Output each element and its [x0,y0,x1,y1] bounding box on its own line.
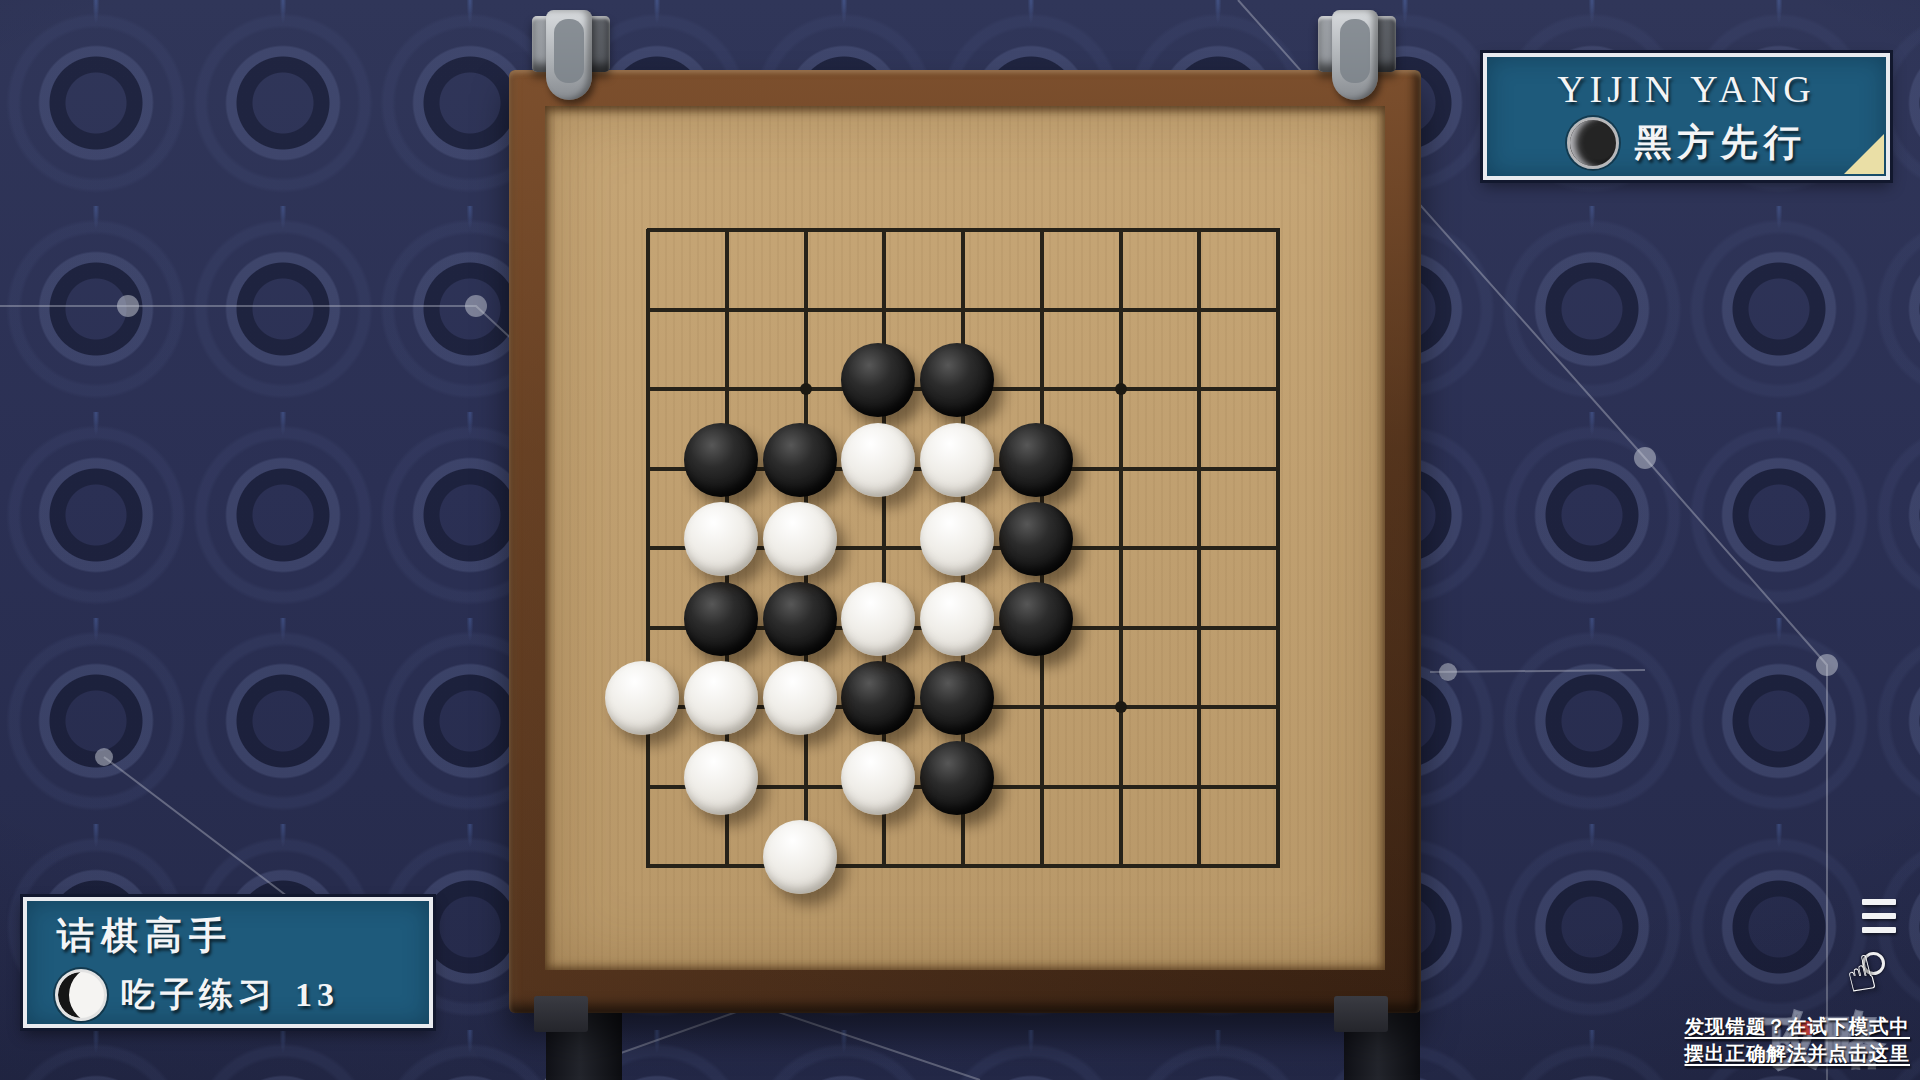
clamp-tab [1332,10,1378,100]
grid-line-vertical [1276,229,1280,868]
puzzle-subtitle: 吃子练习 [121,972,277,1018]
panel-corner-triangle[interactable] [1844,134,1884,174]
stone-white-ee [920,502,994,576]
menu-bar [1862,913,1896,919]
stone-white-bh [684,741,758,815]
stand-foot-left [534,996,588,1032]
stone-black-bf [684,582,758,656]
board-face [545,106,1385,970]
stone-black-ec [920,343,994,417]
game-screen: YIJIN YANG 黑方先行 诘棋高手 吃子练习 13 攻略 发现错题？在试下… [0,0,1920,1080]
player-panel: YIJIN YANG 黑方先行 [1483,53,1890,180]
hint-line-1[interactable]: 发现错题？在试下模式中 [1650,1013,1910,1040]
stone-white-df [841,582,915,656]
stone-black-dg [841,661,915,735]
stone-white-ci [763,820,837,894]
grid-line-horizontal [647,864,1280,868]
stone-white-be [684,502,758,576]
hint-line-2[interactable]: 摆出正确解法并点击这里 [1650,1040,1910,1067]
hamburger-menu-icon[interactable] [1862,899,1896,941]
puzzle-panel: 诘棋高手 吃子练习 13 [23,897,433,1028]
stone-white-dh [841,741,915,815]
star-point [800,383,812,395]
stone-black-cf [763,582,837,656]
star-point [1115,701,1127,713]
menu-bar [1862,927,1896,933]
stone-black-eh [920,741,994,815]
stone-black-cd [763,423,837,497]
white-stone-icon [55,969,107,1021]
stone-white-dd [841,423,915,497]
stone-white-ce [763,502,837,576]
stone-black-ff [999,582,1073,656]
goban[interactable] [648,230,1279,867]
turn-label: 黑方先行 [1635,118,1807,168]
board-clamp-left [532,8,612,108]
stone-black-fd [999,423,1073,497]
board-clamp-right [1318,8,1398,108]
stone-black-eg [920,661,994,735]
hint-text: 发现错题？在试下模式中 摆出正确解法并点击这里 [1650,1013,1910,1067]
stone-white-ed [920,423,994,497]
player-name: YIJIN YANG [1487,67,1886,111]
stand-foot-right [1334,996,1388,1032]
stone-black-fe [999,502,1073,576]
stone-white-ag [605,661,679,735]
grid-line-vertical [1119,229,1123,868]
board-frame [509,70,1421,1013]
stone-white-ef [920,582,994,656]
puzzle-title: 诘棋高手 [57,911,429,961]
stone-white-cg [763,661,837,735]
puzzle-number: 13 [295,976,339,1014]
stone-black-dc [841,343,915,417]
star-point [1115,383,1127,395]
clamp-tab [546,10,592,100]
grid-line-vertical [1197,229,1201,868]
stone-white-bg [684,661,758,735]
stone-black-bd [684,423,758,497]
menu-bar [1862,899,1896,905]
black-stone-icon [1567,117,1619,169]
